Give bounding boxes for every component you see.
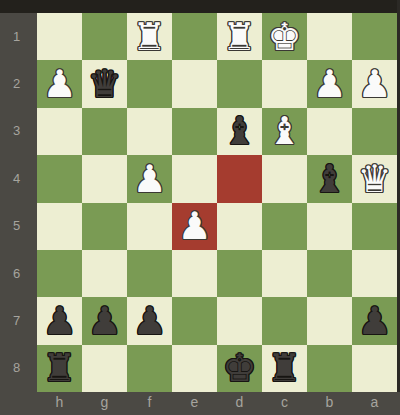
square-g3[interactable] [82, 108, 127, 155]
file-label-f: f [127, 394, 172, 412]
square-d1[interactable]: ♜ [217, 13, 262, 60]
square-h4[interactable] [37, 155, 82, 202]
black-queen[interactable]: ♛ [87, 65, 121, 103]
white-pawn[interactable]: ♟ [132, 160, 166, 198]
file-label-d: d [217, 394, 262, 412]
square-b4[interactable]: ♝ [307, 155, 352, 202]
square-d4[interactable] [217, 155, 262, 202]
square-f2[interactable] [127, 60, 172, 107]
square-f5[interactable] [127, 203, 172, 250]
square-g5[interactable] [82, 203, 127, 250]
square-f1[interactable]: ♜ [127, 13, 172, 60]
square-b3[interactable] [307, 108, 352, 155]
square-a8[interactable] [352, 345, 397, 392]
top-border-band [0, 0, 400, 13]
rank-label-7: 7 [0, 313, 33, 328]
square-f4[interactable]: ♟ [127, 155, 172, 202]
square-g8[interactable] [82, 345, 127, 392]
square-e7[interactable] [172, 297, 217, 344]
square-e1[interactable] [172, 13, 217, 60]
square-c3[interactable]: ♝ [262, 108, 307, 155]
square-h2[interactable]: ♟ [37, 60, 82, 107]
square-a2[interactable]: ♟ [352, 60, 397, 107]
white-king[interactable]: ♚ [267, 18, 301, 56]
square-e3[interactable] [172, 108, 217, 155]
white-pawn[interactable]: ♟ [42, 65, 76, 103]
file-label-b: b [307, 394, 352, 412]
square-f8[interactable] [127, 345, 172, 392]
rank-label-2: 2 [0, 76, 33, 91]
black-pawn[interactable]: ♟ [132, 302, 166, 340]
square-a3[interactable] [352, 108, 397, 155]
square-d8[interactable]: ♚ [217, 345, 262, 392]
black-bishop[interactable]: ♝ [222, 112, 256, 150]
rank-label-1: 1 [0, 29, 33, 44]
white-queen[interactable]: ♛ [357, 160, 391, 198]
file-label-c: c [262, 394, 307, 412]
file-label-h: h [37, 394, 82, 412]
square-b7[interactable] [307, 297, 352, 344]
square-h3[interactable] [37, 108, 82, 155]
square-h1[interactable] [37, 13, 82, 60]
black-rook[interactable]: ♜ [267, 349, 301, 387]
square-a5[interactable] [352, 203, 397, 250]
square-g1[interactable] [82, 13, 127, 60]
square-c1[interactable]: ♚ [262, 13, 307, 60]
square-d3[interactable]: ♝ [217, 108, 262, 155]
rank-label-8: 8 [0, 360, 33, 375]
square-c8[interactable]: ♜ [262, 345, 307, 392]
square-e8[interactable] [172, 345, 217, 392]
square-d2[interactable] [217, 60, 262, 107]
square-e4[interactable] [172, 155, 217, 202]
square-e6[interactable] [172, 250, 217, 297]
file-label-a: a [352, 394, 397, 412]
square-a6[interactable] [352, 250, 397, 297]
square-c5[interactable] [262, 203, 307, 250]
square-b2[interactable]: ♟ [307, 60, 352, 107]
chess-board: ♜♜♚♟♛♟♟♝♝♟♝♛♟♟♟♟♟♜♚♜ [37, 13, 397, 392]
square-f3[interactable] [127, 108, 172, 155]
white-pawn[interactable]: ♟ [357, 65, 391, 103]
square-d7[interactable] [217, 297, 262, 344]
chess-app-window: ♜♜♚♟♛♟♟♝♝♟♝♛♟♟♟♟♟♜♚♜ 12345678 hgfedcba [0, 0, 400, 415]
square-d5[interactable] [217, 203, 262, 250]
black-rook[interactable]: ♜ [42, 349, 76, 387]
square-e5[interactable]: ♟ [172, 203, 217, 250]
rank-label-3: 3 [0, 123, 33, 138]
square-h7[interactable]: ♟ [37, 297, 82, 344]
rank-label-6: 6 [0, 266, 33, 281]
black-king[interactable]: ♚ [222, 349, 256, 387]
black-bishop[interactable]: ♝ [312, 160, 346, 198]
square-c7[interactable] [262, 297, 307, 344]
square-a7[interactable]: ♟ [352, 297, 397, 344]
rank-label-4: 4 [0, 171, 33, 186]
square-g4[interactable] [82, 155, 127, 202]
black-pawn[interactable]: ♟ [42, 302, 76, 340]
white-rook[interactable]: ♜ [132, 18, 166, 56]
square-b5[interactable] [307, 203, 352, 250]
square-e2[interactable] [172, 60, 217, 107]
square-h8[interactable]: ♜ [37, 345, 82, 392]
square-h5[interactable] [37, 203, 82, 250]
white-pawn[interactable]: ♟ [177, 207, 211, 245]
white-rook[interactable]: ♜ [222, 18, 256, 56]
square-g2[interactable]: ♛ [82, 60, 127, 107]
square-g7[interactable]: ♟ [82, 297, 127, 344]
black-pawn[interactable]: ♟ [87, 302, 121, 340]
square-b1[interactable] [307, 13, 352, 60]
square-d6[interactable] [217, 250, 262, 297]
file-label-g: g [82, 394, 127, 412]
square-g6[interactable] [82, 250, 127, 297]
square-a4[interactable]: ♛ [352, 155, 397, 202]
file-label-e: e [172, 394, 217, 412]
black-pawn[interactable]: ♟ [357, 302, 391, 340]
square-c4[interactable] [262, 155, 307, 202]
white-bishop[interactable]: ♝ [267, 112, 301, 150]
square-b8[interactable] [307, 345, 352, 392]
rank-label-5: 5 [0, 218, 33, 233]
square-f6[interactable] [127, 250, 172, 297]
square-c6[interactable] [262, 250, 307, 297]
square-h6[interactable] [37, 250, 82, 297]
white-pawn[interactable]: ♟ [312, 65, 346, 103]
square-a1[interactable] [352, 13, 397, 60]
square-c2[interactable] [262, 60, 307, 107]
square-f7[interactable]: ♟ [127, 297, 172, 344]
square-b6[interactable] [307, 250, 352, 297]
